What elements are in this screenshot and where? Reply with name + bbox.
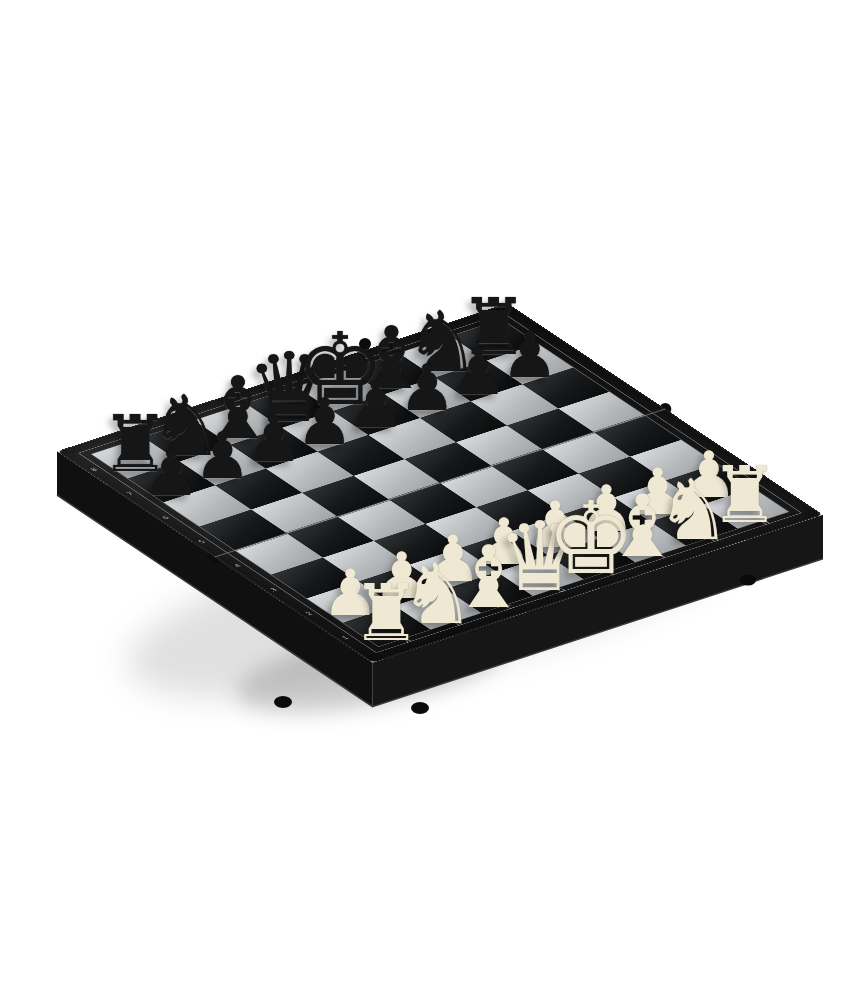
rank-label-4: 4 bbox=[230, 563, 245, 570]
foot-middle bbox=[411, 702, 429, 714]
rank-label-8: 8 bbox=[87, 466, 102, 473]
file-label-A: A bbox=[401, 638, 416, 645]
file-label-D: D bbox=[554, 587, 569, 594]
foot-right bbox=[740, 575, 756, 586]
rank-label-1: 1 bbox=[338, 635, 353, 642]
file-label-E: E bbox=[606, 570, 621, 577]
rank-label-6: 6 bbox=[158, 514, 173, 521]
rank-label-7: 7 bbox=[123, 490, 138, 497]
file-label-C: C bbox=[503, 604, 518, 611]
file-label-H: H bbox=[759, 520, 774, 527]
rank-label-3: 3 bbox=[266, 587, 281, 594]
rank-label-5: 5 bbox=[194, 538, 209, 545]
file-label-F: F bbox=[657, 554, 672, 561]
foot-left bbox=[274, 696, 292, 708]
file-label-G: G bbox=[708, 537, 723, 544]
rank-label-2: 2 bbox=[302, 611, 317, 618]
file-label-B: B bbox=[452, 621, 467, 628]
chess-set-photo: 8A7B6C5D4E3F2G1H ♜♞♝♛♚♝♞♜♟♟♟♟♟♟♟♟♟♟♟♟♟♟♟… bbox=[0, 0, 850, 995]
